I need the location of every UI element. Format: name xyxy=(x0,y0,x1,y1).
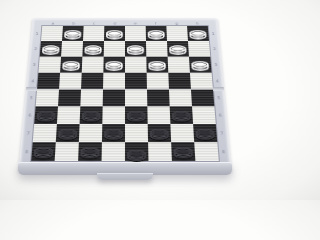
square-e3[interactable] xyxy=(125,57,147,73)
square-h7[interactable]: ⛂ xyxy=(193,124,217,142)
square-h1[interactable]: ⛂ xyxy=(187,26,209,41)
square-a2[interactable]: ⛂ xyxy=(40,41,62,57)
square-e7[interactable] xyxy=(125,124,148,142)
white-checker-piece[interactable]: ⛂ xyxy=(146,57,168,73)
square-a4[interactable] xyxy=(37,73,60,90)
square-b4[interactable] xyxy=(59,73,82,90)
square-d4[interactable] xyxy=(103,73,125,90)
black-checker-piece[interactable]: ⛂ xyxy=(80,106,103,124)
rank-label: 1 xyxy=(208,26,219,41)
white-checker-piece[interactable]: ⛂ xyxy=(104,26,125,41)
square-g2[interactable]: ⛂ xyxy=(167,41,189,57)
square-f6[interactable] xyxy=(147,106,170,124)
black-checker-piece[interactable]: ⛂ xyxy=(148,124,171,142)
black-checker-piece[interactable]: ⛂ xyxy=(78,142,102,161)
square-c7[interactable] xyxy=(79,124,102,142)
square-g3[interactable] xyxy=(168,57,190,73)
white-checker-piece[interactable]: ⛂ xyxy=(82,41,104,57)
square-e6[interactable]: ⛂ xyxy=(125,106,148,124)
black-checker-piece[interactable]: ⛂ xyxy=(56,124,80,142)
black-checker-piece[interactable]: ⛂ xyxy=(31,142,56,161)
rank-label: 2 xyxy=(209,41,220,57)
hinge-notch-left xyxy=(26,87,37,91)
black-checker-piece[interactable]: ⛂ xyxy=(171,142,195,161)
square-a8[interactable]: ⛂ xyxy=(31,142,56,161)
white-checker-piece[interactable]: ⛂ xyxy=(187,26,209,41)
white-checker-piece[interactable]: ⛂ xyxy=(146,26,167,41)
square-d7[interactable]: ⛂ xyxy=(102,124,125,142)
square-g4[interactable] xyxy=(168,73,191,90)
hinge-notch-right xyxy=(213,87,224,91)
square-h6[interactable] xyxy=(192,106,216,124)
square-b1[interactable]: ⛂ xyxy=(62,26,84,41)
square-g7[interactable] xyxy=(170,124,194,142)
square-c8[interactable]: ⛂ xyxy=(78,142,102,161)
playing-grid: ⛂⛂⛂⛂⛂⛂⛂⛂⛂⛂⛂⛂⛂⛂⛂⛂⛂⛂⛂⛂⛂⛂⛂⛂ xyxy=(31,26,219,161)
rank-label: 8 xyxy=(217,142,229,161)
black-checker-piece[interactable]: ⛂ xyxy=(193,124,217,142)
square-b8[interactable] xyxy=(55,142,79,161)
white-checker-piece[interactable]: ⛂ xyxy=(62,26,84,41)
rank-label: 3 xyxy=(210,57,221,73)
square-h8[interactable] xyxy=(194,142,219,161)
square-b5[interactable] xyxy=(58,89,81,106)
white-checker-piece[interactable]: ⛂ xyxy=(40,41,62,57)
black-checker-piece[interactable]: ⛂ xyxy=(125,145,149,164)
fold-seam xyxy=(27,88,223,90)
rank-label: 7 xyxy=(216,124,228,142)
square-h4[interactable] xyxy=(190,73,213,90)
square-f3[interactable]: ⛂ xyxy=(146,57,168,73)
square-f1[interactable]: ⛂ xyxy=(146,26,167,41)
square-b7[interactable]: ⛂ xyxy=(56,124,80,142)
board-frame: abcdefgh 12345678 ⛂⛂⛂⛂⛂⛂⛂⛂⛂⛂⛂⛂⛂⛂⛂⛂⛂⛂⛂⛂⛂⛂… xyxy=(18,19,231,173)
black-checker-piece[interactable]: ⛂ xyxy=(34,106,58,124)
white-checker-piece[interactable]: ⛂ xyxy=(167,41,189,57)
photo-background: abcdefgh 12345678 ⛂⛂⛂⛂⛂⛂⛂⛂⛂⛂⛂⛂⛂⛂⛂⛂⛂⛂⛂⛂⛂⛂… xyxy=(0,0,250,200)
square-d5[interactable] xyxy=(103,89,125,106)
square-d3[interactable]: ⛂ xyxy=(103,57,125,73)
white-checker-piece[interactable]: ⛂ xyxy=(125,41,146,57)
square-f5[interactable] xyxy=(147,89,170,106)
square-d1[interactable]: ⛂ xyxy=(104,26,125,41)
square-f4[interactable] xyxy=(147,73,169,90)
rank-label: 6 xyxy=(214,106,226,124)
square-d6[interactable] xyxy=(102,106,125,124)
white-checker-piece[interactable]: ⛂ xyxy=(60,57,82,73)
latch-tab xyxy=(97,173,153,180)
square-h5[interactable] xyxy=(191,89,214,106)
square-f7[interactable]: ⛂ xyxy=(148,124,171,142)
square-g8[interactable]: ⛂ xyxy=(171,142,195,161)
rank-label: 5 xyxy=(213,89,225,106)
square-f8[interactable] xyxy=(148,142,172,161)
square-e8[interactable]: ⛂ xyxy=(125,142,148,161)
square-c6[interactable]: ⛂ xyxy=(80,106,103,124)
square-a7[interactable] xyxy=(33,124,57,142)
square-a6[interactable]: ⛂ xyxy=(34,106,58,124)
checkers-board: abcdefgh 12345678 ⛂⛂⛂⛂⛂⛂⛂⛂⛂⛂⛂⛂⛂⛂⛂⛂⛂⛂⛂⛂⛂⛂… xyxy=(18,19,231,173)
board-base-edge xyxy=(18,162,232,175)
square-h3[interactable]: ⛂ xyxy=(189,57,212,73)
white-checker-piece[interactable]: ⛂ xyxy=(103,57,125,73)
square-g6[interactable]: ⛂ xyxy=(170,106,193,124)
black-checker-piece[interactable]: ⛂ xyxy=(102,124,125,142)
black-checker-piece[interactable]: ⛂ xyxy=(170,106,193,124)
square-e4[interactable] xyxy=(125,73,147,90)
square-e2[interactable]: ⛂ xyxy=(125,41,146,57)
square-b6[interactable] xyxy=(57,106,80,124)
square-c3[interactable] xyxy=(82,57,104,73)
square-c4[interactable] xyxy=(81,73,103,90)
black-checker-piece[interactable]: ⛂ xyxy=(125,106,148,124)
square-d8[interactable] xyxy=(102,142,125,161)
white-checker-piece[interactable]: ⛂ xyxy=(189,57,212,73)
square-a3[interactable] xyxy=(38,57,61,73)
square-c2[interactable]: ⛂ xyxy=(82,41,104,57)
square-b3[interactable]: ⛂ xyxy=(60,57,82,73)
